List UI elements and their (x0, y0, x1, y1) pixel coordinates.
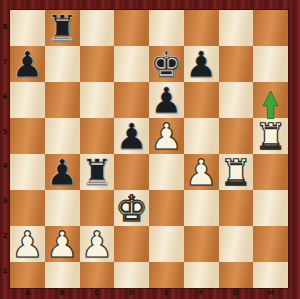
black-rook[interactable]: ♜ (81, 155, 113, 191)
white-pawn[interactable]: ♟ (185, 155, 217, 191)
square-e1[interactable] (149, 262, 184, 288)
square-a3[interactable] (10, 190, 45, 226)
square-a4[interactable] (10, 154, 45, 190)
square-c1[interactable] (80, 262, 115, 288)
square-h1[interactable] (253, 262, 288, 288)
white-rook[interactable]: ♜ (254, 119, 286, 155)
file-label-b: B (59, 288, 64, 299)
square-h7[interactable] (253, 46, 288, 82)
square-e4[interactable] (149, 154, 184, 190)
square-c4[interactable]: ♜ (80, 154, 115, 190)
square-a1[interactable] (10, 262, 45, 288)
rank-label-8: 8 (0, 23, 10, 31)
square-a5[interactable] (10, 118, 45, 154)
square-c3[interactable] (80, 190, 115, 226)
square-g2[interactable] (219, 226, 254, 262)
square-f2[interactable] (184, 226, 219, 262)
square-g8[interactable] (219, 10, 254, 46)
rank-label-5: 5 (0, 128, 10, 136)
rank-label-1: 1 (0, 267, 10, 275)
square-b1[interactable] (45, 262, 80, 288)
square-a6[interactable] (10, 82, 45, 118)
square-c5[interactable] (80, 118, 115, 154)
square-e7[interactable]: ♚ (149, 46, 184, 82)
file-label-c: C (94, 288, 99, 299)
square-g4[interactable]: ♜ (219, 154, 254, 190)
square-b6[interactable] (45, 82, 80, 118)
square-g5[interactable] (219, 118, 254, 154)
square-f8[interactable] (184, 10, 219, 46)
square-g1[interactable] (219, 262, 254, 288)
square-d3[interactable]: ♚ (114, 190, 149, 226)
white-king[interactable]: ♚ (115, 191, 147, 227)
chess-board-frame: ♜♟♚♟♟♟♟♜♟♜♟♜♚♟♟♟ 8 7 6 5 4 3 2 1 A B C D… (0, 0, 300, 299)
square-f3[interactable] (184, 190, 219, 226)
white-pawn[interactable]: ♟ (81, 227, 113, 263)
square-a7[interactable]: ♟ (10, 46, 45, 82)
file-label-a: A (25, 288, 30, 299)
square-e8[interactable] (149, 10, 184, 46)
square-f5[interactable] (184, 118, 219, 154)
black-pawn[interactable]: ♟ (46, 155, 78, 191)
rank-label-3: 3 (0, 197, 10, 205)
square-b3[interactable] (45, 190, 80, 226)
square-f6[interactable] (184, 82, 219, 118)
square-e3[interactable] (149, 190, 184, 226)
rank-label-4: 4 (0, 162, 10, 170)
white-pawn[interactable]: ♟ (150, 119, 182, 155)
black-pawn[interactable]: ♟ (185, 47, 217, 83)
file-label-d: D (129, 288, 135, 299)
square-a8[interactable] (10, 10, 45, 46)
square-f1[interactable] (184, 262, 219, 288)
black-pawn[interactable]: ♟ (150, 83, 182, 119)
square-d5[interactable]: ♟ (114, 118, 149, 154)
black-rook[interactable]: ♜ (46, 11, 78, 47)
square-h5[interactable]: ♜ (253, 118, 288, 154)
square-h6[interactable] (253, 82, 288, 118)
square-b5[interactable] (45, 118, 80, 154)
square-d1[interactable] (114, 262, 149, 288)
square-h8[interactable] (253, 10, 288, 46)
black-king[interactable]: ♚ (150, 47, 182, 83)
square-g3[interactable] (219, 190, 254, 226)
file-label-f: F (199, 288, 204, 299)
square-g6[interactable] (219, 82, 254, 118)
square-h2[interactable] (253, 226, 288, 262)
square-e5[interactable]: ♟ (149, 118, 184, 154)
square-b4[interactable]: ♟ (45, 154, 80, 190)
square-c2[interactable]: ♟ (80, 226, 115, 262)
square-h3[interactable] (253, 190, 288, 226)
rank-label-7: 7 (0, 58, 10, 66)
square-d6[interactable] (114, 82, 149, 118)
rank-label-2: 2 (0, 232, 10, 240)
square-a2[interactable]: ♟ (10, 226, 45, 262)
square-f7[interactable]: ♟ (184, 46, 219, 82)
square-d4[interactable] (114, 154, 149, 190)
square-c6[interactable] (80, 82, 115, 118)
rank-label-6: 6 (0, 93, 10, 101)
square-h4[interactable] (253, 154, 288, 190)
white-pawn[interactable]: ♟ (11, 227, 43, 263)
white-rook[interactable]: ♜ (220, 155, 252, 191)
square-f4[interactable]: ♟ (184, 154, 219, 190)
square-b7[interactable] (45, 46, 80, 82)
square-b8[interactable]: ♜ (45, 10, 80, 46)
white-pawn[interactable]: ♟ (46, 227, 78, 263)
square-e2[interactable] (149, 226, 184, 262)
chess-board: ♜♟♚♟♟♟♟♜♟♜♟♜♚♟♟♟ (10, 10, 288, 288)
black-pawn[interactable]: ♟ (11, 47, 43, 83)
square-d8[interactable] (114, 10, 149, 46)
square-d2[interactable] (114, 226, 149, 262)
black-pawn[interactable]: ♟ (115, 119, 147, 155)
file-label-g: G (233, 288, 239, 299)
square-c8[interactable] (80, 10, 115, 46)
square-e6[interactable]: ♟ (149, 82, 184, 118)
square-b2[interactable]: ♟ (45, 226, 80, 262)
square-g7[interactable] (219, 46, 254, 82)
square-d7[interactable] (114, 46, 149, 82)
file-label-h: H (268, 288, 274, 299)
file-label-e: E (164, 288, 169, 299)
square-c7[interactable] (80, 46, 115, 82)
